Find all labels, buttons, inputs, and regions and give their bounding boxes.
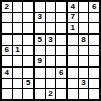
empty-cell-r7c9[interactable] (89, 68, 99, 78)
empty-cell-r1c2[interactable] (13, 2, 23, 12)
empty-cell-r9c6[interactable] (56, 89, 66, 99)
empty-cell-r2c6[interactable] (56, 13, 66, 23)
empty-cell-r3c1[interactable] (2, 23, 12, 33)
empty-cell-r6c9[interactable] (89, 56, 99, 66)
empty-cell-r8c2[interactable] (13, 79, 23, 89)
empty-cell-r9c1[interactable] (2, 89, 12, 99)
empty-cell-r9c9[interactable] (89, 89, 99, 99)
sudoku-board: 23467161539845623 (0, 0, 101, 101)
given-cell-r4c8: 8 (79, 35, 89, 45)
empty-cell-r6c3[interactable] (23, 56, 33, 66)
given-cell-r5c1: 6 (2, 46, 12, 56)
empty-cell-r5c4[interactable] (35, 46, 45, 56)
given-cell-r9c5: 2 (46, 89, 56, 99)
empty-cell-r9c4[interactable] (35, 89, 45, 99)
empty-cell-r8c7[interactable] (68, 79, 78, 89)
empty-cell-r3c8[interactable] (79, 23, 89, 33)
empty-cell-r4c2[interactable] (13, 35, 23, 45)
empty-cell-r3c3[interactable] (23, 23, 33, 33)
box-2-0: 45 (2, 68, 33, 99)
empty-cell-r5c3[interactable] (23, 46, 33, 56)
empty-cell-r5c7[interactable] (68, 46, 78, 56)
empty-cell-r6c2[interactable] (13, 56, 23, 66)
empty-cell-r6c5[interactable] (46, 56, 56, 66)
empty-cell-r7c2[interactable] (13, 68, 23, 78)
box-1-1: 539 (35, 35, 66, 66)
empty-cell-r4c6[interactable] (56, 35, 66, 45)
empty-cell-r9c7[interactable] (68, 89, 78, 99)
box-0-2: 4671 (68, 2, 99, 33)
given-cell-r4c5: 3 (46, 35, 56, 45)
empty-cell-r8c4[interactable] (35, 79, 45, 89)
empty-cell-r8c5[interactable] (46, 79, 56, 89)
empty-cell-r2c1[interactable] (2, 13, 12, 23)
box-2-2: 3 (68, 68, 99, 99)
empty-cell-r2c3[interactable] (23, 13, 33, 23)
given-cell-r7c1: 4 (2, 68, 12, 78)
empty-cell-r3c6[interactable] (56, 23, 66, 33)
empty-cell-r4c3[interactable] (23, 35, 33, 45)
empty-cell-r3c2[interactable] (13, 23, 23, 33)
empty-cell-r1c3[interactable] (23, 2, 33, 12)
empty-cell-r4c9[interactable] (89, 35, 99, 45)
empty-cell-r6c7[interactable] (68, 56, 78, 66)
empty-cell-r5c9[interactable] (89, 46, 99, 56)
empty-cell-r7c3[interactable] (23, 68, 33, 78)
given-cell-r1c1: 2 (2, 2, 12, 12)
given-cell-r3c7: 1 (68, 23, 78, 33)
empty-cell-r6c8[interactable] (79, 56, 89, 66)
empty-cell-r6c1[interactable] (2, 56, 12, 66)
given-cell-r6c4: 9 (35, 56, 45, 66)
empty-cell-r4c7[interactable] (68, 35, 78, 45)
empty-cell-r1c6[interactable] (56, 2, 66, 12)
empty-cell-r5c8[interactable] (79, 46, 89, 56)
given-cell-r1c7: 4 (68, 2, 78, 12)
empty-cell-r3c4[interactable] (35, 23, 45, 33)
box-1-0: 61 (2, 35, 33, 66)
empty-cell-r2c5[interactable] (46, 13, 56, 23)
given-cell-r7c6: 6 (56, 68, 66, 78)
given-cell-r1c9: 6 (89, 2, 99, 12)
given-cell-r2c4: 3 (35, 13, 45, 23)
empty-cell-r5c6[interactable] (56, 46, 66, 56)
empty-cell-r2c9[interactable] (89, 13, 99, 23)
given-cell-r5c2: 1 (13, 46, 23, 56)
empty-cell-r7c8[interactable] (79, 68, 89, 78)
empty-cell-r8c1[interactable] (2, 79, 12, 89)
given-cell-r8c3: 5 (23, 79, 33, 89)
empty-cell-r1c8[interactable] (79, 2, 89, 12)
empty-cell-r9c3[interactable] (23, 89, 33, 99)
given-cell-r8c8: 3 (79, 79, 89, 89)
empty-cell-r9c8[interactable] (79, 89, 89, 99)
empty-cell-r4c1[interactable] (2, 35, 12, 45)
empty-cell-r3c5[interactable] (46, 23, 56, 33)
empty-cell-r6c6[interactable] (56, 56, 66, 66)
box-0-0: 2 (2, 2, 33, 33)
empty-cell-r1c4[interactable] (35, 2, 45, 12)
empty-cell-r8c9[interactable] (89, 79, 99, 89)
empty-cell-r7c7[interactable] (68, 68, 78, 78)
box-1-2: 8 (68, 35, 99, 66)
empty-cell-r9c2[interactable] (13, 89, 23, 99)
empty-cell-r7c4[interactable] (35, 68, 45, 78)
empty-cell-r3c9[interactable] (89, 23, 99, 33)
empty-cell-r7c5[interactable] (46, 68, 56, 78)
given-cell-r4c4: 5 (35, 35, 45, 45)
given-cell-r2c7: 7 (68, 13, 78, 23)
empty-cell-r2c2[interactable] (13, 13, 23, 23)
box-2-1: 62 (35, 68, 66, 99)
empty-cell-r8c6[interactable] (56, 79, 66, 89)
box-0-1: 3 (35, 2, 66, 33)
empty-cell-r5c5[interactable] (46, 46, 56, 56)
empty-cell-r2c8[interactable] (79, 13, 89, 23)
empty-cell-r1c5[interactable] (46, 2, 56, 12)
